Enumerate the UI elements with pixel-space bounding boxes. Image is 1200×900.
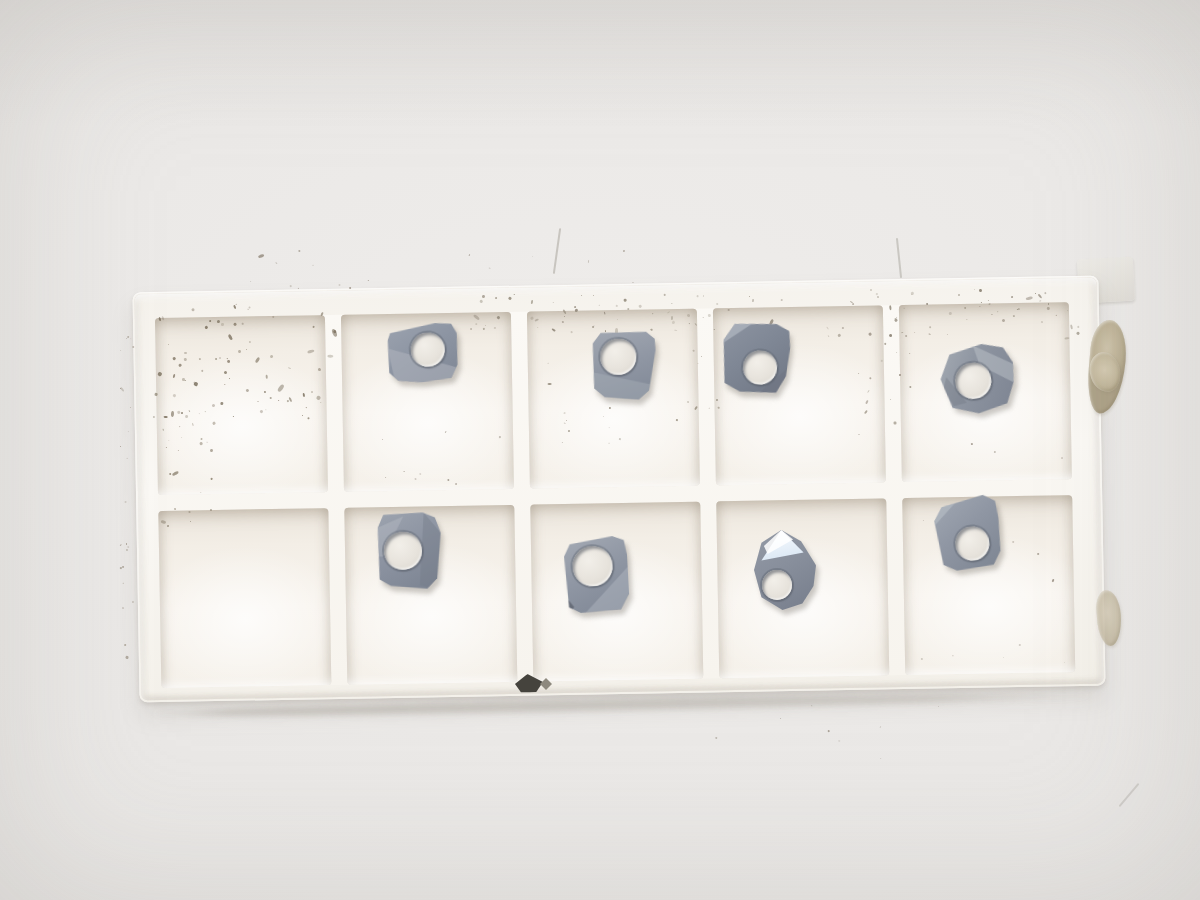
dirt-speck [337, 284, 340, 287]
dirt-speck [780, 718, 781, 719]
dirt-speck [561, 320, 564, 323]
dirt-speck [199, 412, 200, 413]
dirt-speck [126, 656, 129, 659]
dirt-speck [132, 601, 134, 603]
dirt-speck [868, 332, 872, 336]
insert-r1c3 [591, 330, 656, 400]
dirt-speck [469, 254, 470, 256]
dirt-speck [120, 446, 121, 447]
dirt-speck [609, 443, 610, 444]
dirt-speck [748, 296, 749, 297]
dirt-speck [909, 385, 911, 387]
dirt-speck [191, 422, 193, 425]
dirt-speck [259, 409, 263, 413]
dirt-speck [289, 284, 291, 286]
dirt-speck [306, 407, 307, 408]
dirt-speck [671, 316, 673, 320]
hair-scratch-mark [1119, 783, 1140, 807]
dirt-speck [728, 308, 730, 310]
dirt-speck [674, 329, 677, 331]
dirt-speck [168, 440, 169, 441]
dirt-speck [119, 544, 122, 547]
dirt-speck [119, 349, 121, 351]
dirt-speck [973, 289, 974, 290]
dirt-speck [286, 399, 289, 402]
dirt-speck [126, 338, 128, 340]
dirt-speck [552, 302, 553, 303]
dirt-speck [948, 312, 951, 315]
insert-r2c3 [563, 535, 630, 613]
dirt-speck [561, 441, 562, 442]
dirt-speck [928, 333, 930, 334]
insert-r1c4 [718, 319, 792, 397]
insert-screw-hole [384, 531, 423, 570]
dirt-speck [275, 262, 277, 264]
dirt-speck [697, 362, 699, 364]
insert-face [563, 535, 630, 613]
dirt-speck [130, 338, 131, 339]
insert-screw-hole [572, 545, 614, 587]
dirt-speck [258, 254, 264, 258]
dirt-speck [125, 543, 126, 545]
dirt-speck [126, 549, 128, 551]
dirt-speck [171, 410, 174, 416]
dirt-speck [174, 507, 176, 509]
insert-r1c5 [936, 340, 1020, 419]
tray-compartment-r2c1 [158, 508, 331, 688]
dirt-speck [125, 501, 127, 503]
dirt-speck [1047, 306, 1050, 309]
dirt-speck [838, 739, 841, 742]
dirt-speck [702, 295, 703, 297]
tray-compartment-r1c1 [155, 315, 328, 495]
hair-scratch-mark [553, 228, 561, 274]
dirt-speck [123, 582, 124, 583]
dirt-speck [298, 250, 300, 252]
dirt-speck [266, 375, 268, 379]
insert-r2c5 [932, 493, 1004, 572]
insert-face [376, 511, 442, 589]
dirt-speck [692, 349, 694, 351]
insert-screw-hole [762, 570, 792, 600]
dirt-speck [811, 704, 812, 705]
dirt-speck [938, 706, 940, 708]
dirt-speck [623, 250, 625, 252]
dirt-speck [929, 326, 931, 328]
dirt-speck [127, 545, 130, 548]
dirt-speck [894, 422, 897, 425]
dirt-speck [130, 406, 131, 407]
dirt-speck [1034, 293, 1035, 294]
dirt-speck [181, 377, 184, 380]
insert-r1c2 [386, 322, 460, 385]
dirt-speck [327, 355, 333, 358]
dirt-speck [563, 412, 565, 413]
dirt-speck [312, 265, 313, 266]
insert-face [386, 322, 460, 385]
dirt-speck [623, 299, 626, 302]
hair-scratch-mark [896, 238, 902, 278]
dirt-speck [198, 357, 201, 360]
insert-r2c4 [754, 530, 816, 610]
insert-screw-hole [600, 338, 637, 375]
dirt-speck [121, 607, 124, 610]
dirt-speck [532, 256, 534, 258]
dirt-speck [651, 312, 653, 314]
dirt-speck [899, 374, 901, 376]
dirt-speck [1017, 307, 1019, 309]
dirt-speck [978, 288, 981, 291]
dirt-speck [587, 260, 589, 263]
insert-face [932, 493, 1004, 572]
dirt-speck [880, 758, 882, 760]
insert-screw-hole [741, 349, 778, 386]
dirt-speck [914, 332, 915, 333]
dirt-speck [708, 314, 711, 317]
dirt-speck [241, 322, 243, 324]
dirt-speck [246, 349, 247, 350]
dirt-speck [1063, 662, 1064, 663]
dirt-speck [250, 280, 252, 282]
insert-facet [754, 530, 816, 610]
dirt-speck [626, 307, 629, 310]
insert-face [754, 530, 816, 610]
dirt-speck [249, 340, 251, 342]
dirt-speck [879, 726, 880, 728]
insert-face [718, 319, 792, 397]
dirt-speck [827, 730, 829, 732]
dirt-speck [599, 305, 600, 306]
dirt-speck [686, 313, 690, 317]
dirt-speck [481, 294, 485, 298]
dirt-speck [988, 303, 990, 305]
dirt-speck [570, 331, 572, 333]
dirt-speck [488, 267, 491, 269]
dirt-speck [248, 309, 249, 310]
dirt-speck [910, 291, 914, 295]
dirt-speck [127, 430, 128, 431]
dirt-speck [127, 458, 128, 459]
insert-screw-hole [953, 524, 991, 562]
dirt-speck [368, 280, 369, 281]
insert-face [591, 330, 656, 400]
dirt-speck [119, 387, 124, 392]
dirt-speck [715, 736, 718, 739]
insert-r2c2 [376, 511, 442, 589]
dirt-speck [123, 644, 126, 647]
dirt-speck [1002, 657, 1004, 659]
dirt-speck [154, 392, 157, 395]
insert-face [936, 340, 1020, 419]
